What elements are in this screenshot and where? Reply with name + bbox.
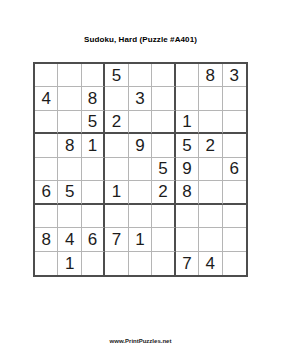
cell-r5c7-given-9: 9 [176,158,199,181]
sudoku-board: 583483521819525966512884671174 [33,62,248,277]
cell-r6c7-given-8: 8 [176,181,199,204]
cell-r3c6-empty [152,111,175,134]
cell-r8c8-empty [199,228,222,251]
cell-r4c3-given-1: 1 [82,134,105,157]
cell-r5c9-given-6: 6 [223,158,246,181]
cell-r7c4-empty [105,205,128,228]
cell-r7c5-empty [129,205,152,228]
cell-r7c9-empty [223,205,246,228]
cell-r1c9-given-3: 3 [223,64,246,87]
cell-r7c3-empty [82,205,105,228]
cell-r2c8-empty [199,87,222,110]
cell-r1c8-given-8: 8 [199,64,222,87]
cell-r2c7-empty [176,87,199,110]
cell-r3c1-empty [35,111,58,134]
cell-r6c5-empty [129,181,152,204]
cell-r5c2-empty [58,158,81,181]
cell-r2c4-empty [105,87,128,110]
cell-r2c3-given-8: 8 [82,87,105,110]
cell-r9c7-given-7: 7 [176,252,199,275]
cell-r9c1-empty [35,252,58,275]
cell-r4c4-empty [105,134,128,157]
cell-r7c8-empty [199,205,222,228]
cell-r7c6-empty [152,205,175,228]
cell-r4c9-empty [223,134,246,157]
cell-r5c8-empty [199,158,222,181]
cell-r3c8-empty [199,111,222,134]
cell-r3c4-given-2: 2 [105,111,128,134]
cell-r8c2-given-4: 4 [58,228,81,251]
cell-r9c8-given-4: 4 [199,252,222,275]
cell-r4c1-empty [35,134,58,157]
cell-r2c1-given-4: 4 [35,87,58,110]
cell-r1c3-empty [82,64,105,87]
cell-r1c1-empty [35,64,58,87]
cell-r8c4-given-7: 7 [105,228,128,251]
cell-r4c2-given-8: 8 [58,134,81,157]
cell-r3c9-empty [223,111,246,134]
cell-r2c2-empty [58,87,81,110]
cell-r9c5-empty [129,252,152,275]
cell-r4c7-given-5: 5 [176,134,199,157]
cell-r5c1-empty [35,158,58,181]
cell-r3c3-given-5: 5 [82,111,105,134]
cell-r6c3-empty [82,181,105,204]
cell-r9c4-empty [105,252,128,275]
cell-r1c4-given-5: 5 [105,64,128,87]
cell-r7c1-empty [35,205,58,228]
page-title: Sudoku, Hard (Puzzle #A401) [0,35,281,44]
cell-r1c2-empty [58,64,81,87]
cell-r6c1-given-6: 6 [35,181,58,204]
cell-r9c3-empty [82,252,105,275]
cell-r2c6-empty [152,87,175,110]
cell-r6c2-given-5: 5 [58,181,81,204]
cell-r7c2-empty [58,205,81,228]
cell-r3c7-given-1: 1 [176,111,199,134]
cell-r1c5-empty [129,64,152,87]
cell-r6c8-empty [199,181,222,204]
cell-r5c6-given-5: 5 [152,158,175,181]
cell-r5c5-empty [129,158,152,181]
cell-r3c5-empty [129,111,152,134]
cell-r6c6-given-2: 2 [152,181,175,204]
cell-r4c5-given-9: 9 [129,134,152,157]
footer-url: www.PrintPuzzles.net [0,338,281,344]
cell-r8c7-empty [176,228,199,251]
cell-r8c9-empty [223,228,246,251]
cell-r2c9-empty [223,87,246,110]
cell-r7c7-empty [176,205,199,228]
cell-r5c3-empty [82,158,105,181]
cell-r9c2-given-1: 1 [58,252,81,275]
cell-r9c9-empty [223,252,246,275]
cell-r3c2-empty [58,111,81,134]
cell-r8c5-given-1: 1 [129,228,152,251]
cell-r4c6-empty [152,134,175,157]
cell-r9c6-empty [152,252,175,275]
cell-r5c4-empty [105,158,128,181]
cell-r4c8-given-2: 2 [199,134,222,157]
cell-r1c7-empty [176,64,199,87]
cell-r8c3-given-6: 6 [82,228,105,251]
cell-r1c6-empty [152,64,175,87]
cell-r2c5-given-3: 3 [129,87,152,110]
cell-r6c9-empty [223,181,246,204]
cell-r8c6-empty [152,228,175,251]
cell-r8c1-given-8: 8 [35,228,58,251]
cell-r6c4-given-1: 1 [105,181,128,204]
